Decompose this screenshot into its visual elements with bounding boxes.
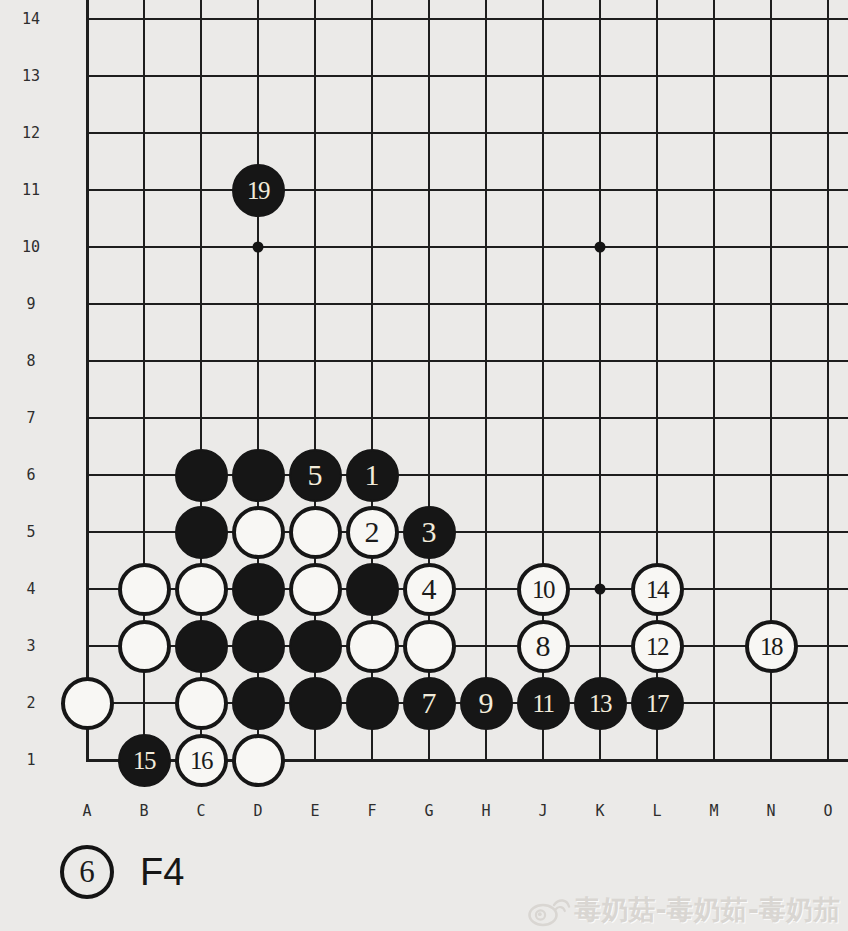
column-label-M: M xyxy=(709,802,718,820)
move-number: 4 xyxy=(422,574,437,604)
stone-white-E4 xyxy=(289,563,342,616)
move-number: 18 xyxy=(760,634,782,659)
stone-black-L2-move-17: 17 xyxy=(631,677,684,730)
go-board: 1951234101481218791113171516 ABCDEFGHJKL… xyxy=(0,0,848,848)
stone-black-D4 xyxy=(232,563,285,616)
stone-black-C5 xyxy=(175,506,228,559)
column-label-F: F xyxy=(367,802,376,820)
stone-white-F5-move-2: 2 xyxy=(346,506,399,559)
caption-coordinate: F4 xyxy=(140,851,184,894)
column-label-C: C xyxy=(196,802,205,820)
caption-stone-number: 6 xyxy=(79,854,95,890)
stone-white-N3-move-18: 18 xyxy=(745,620,798,673)
column-label-G: G xyxy=(424,802,433,820)
watermark-text: 毒奶菇-毒奶茹-毒奶茄 xyxy=(575,892,840,928)
caption-stone-white: 6 xyxy=(60,845,114,899)
move-number: 1 xyxy=(365,460,380,490)
move-number: 7 xyxy=(422,688,437,718)
stone-black-H2-move-9: 9 xyxy=(460,677,513,730)
row-label-4: 4 xyxy=(26,580,35,598)
move-number: 12 xyxy=(646,634,668,659)
stone-white-G3 xyxy=(403,620,456,673)
stone-white-B4 xyxy=(118,563,171,616)
weibo-logo-icon xyxy=(527,892,571,928)
move-number: 13 xyxy=(589,691,611,716)
stone-white-D1 xyxy=(232,734,285,787)
row-label-5: 5 xyxy=(26,523,35,541)
go-diagram-page: 1951234101481218791113171516 ABCDEFGHJKL… xyxy=(0,0,848,931)
column-label-B: B xyxy=(139,802,148,820)
watermark: 毒奶菇-毒奶茹-毒奶茄 xyxy=(527,892,840,928)
move-number: 15 xyxy=(133,748,155,773)
move-number: 10 xyxy=(532,577,554,602)
move-number: 19 xyxy=(247,178,269,203)
row-label-3: 3 xyxy=(26,637,35,655)
column-label-J: J xyxy=(538,802,547,820)
row-label-7: 7 xyxy=(26,409,35,427)
stone-black-D2 xyxy=(232,677,285,730)
column-label-D: D xyxy=(253,802,262,820)
move-caption: 6 F4 xyxy=(0,845,300,905)
column-label-A: A xyxy=(82,802,91,820)
stone-white-J4-move-10: 10 xyxy=(517,563,570,616)
move-number: 8 xyxy=(536,631,551,661)
stone-black-C6 xyxy=(175,449,228,502)
row-label-9: 9 xyxy=(26,295,35,313)
stone-black-D6 xyxy=(232,449,285,502)
row-label-12: 12 xyxy=(22,124,40,142)
column-label-K: K xyxy=(595,802,604,820)
stone-white-E5 xyxy=(289,506,342,559)
stone-white-L4-move-14: 14 xyxy=(631,563,684,616)
stone-black-F6-move-1: 1 xyxy=(346,449,399,502)
stone-white-G4-move-4: 4 xyxy=(403,563,456,616)
stone-white-C1-move-16: 16 xyxy=(175,734,228,787)
column-label-N: N xyxy=(766,802,775,820)
stone-black-K2-move-13: 13 xyxy=(574,677,627,730)
column-label-L: L xyxy=(652,802,661,820)
row-label-2: 2 xyxy=(26,694,35,712)
stone-black-C3 xyxy=(175,620,228,673)
move-number: 5 xyxy=(308,460,323,490)
stone-black-D3 xyxy=(232,620,285,673)
stone-black-B1-move-15: 15 xyxy=(118,734,171,787)
column-label-H: H xyxy=(481,802,490,820)
stone-white-A2 xyxy=(61,677,114,730)
row-label-1: 1 xyxy=(26,751,35,769)
move-number: 2 xyxy=(365,517,380,547)
row-label-14: 14 xyxy=(22,10,40,28)
row-label-11: 11 xyxy=(22,181,40,199)
stone-white-J3-move-8: 8 xyxy=(517,620,570,673)
move-number: 17 xyxy=(646,691,668,716)
move-number: 16 xyxy=(190,748,212,773)
stone-black-G2-move-7: 7 xyxy=(403,677,456,730)
stone-white-C2 xyxy=(175,677,228,730)
stone-white-C4 xyxy=(175,563,228,616)
column-label-E: E xyxy=(310,802,319,820)
move-number: 11 xyxy=(532,691,553,716)
move-number: 3 xyxy=(422,517,437,547)
stone-white-L3-move-12: 12 xyxy=(631,620,684,673)
stone-black-E6-move-5: 5 xyxy=(289,449,342,502)
row-label-13: 13 xyxy=(22,67,40,85)
stone-white-F3 xyxy=(346,620,399,673)
row-label-10: 10 xyxy=(22,238,40,256)
column-label-O: O xyxy=(823,802,832,820)
stone-white-B3 xyxy=(118,620,171,673)
stone-black-E2 xyxy=(289,677,342,730)
row-label-8: 8 xyxy=(26,352,35,370)
stone-black-F4 xyxy=(346,563,399,616)
board-grid: 1951234101481218791113171516 xyxy=(59,0,848,789)
stone-black-D11-move-19: 19 xyxy=(232,164,285,217)
stone-black-E3 xyxy=(289,620,342,673)
stone-white-D5 xyxy=(232,506,285,559)
row-label-6: 6 xyxy=(26,466,35,484)
stone-black-G5-move-3: 3 xyxy=(403,506,456,559)
stone-black-J2-move-11: 11 xyxy=(517,677,570,730)
move-number: 14 xyxy=(646,577,668,602)
stone-black-F2 xyxy=(346,677,399,730)
move-number: 9 xyxy=(479,688,494,718)
